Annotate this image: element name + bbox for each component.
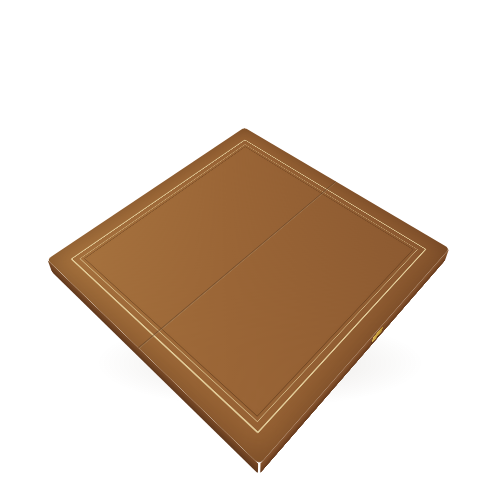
chess-board-top (47, 127, 449, 464)
chess-board (47, 127, 449, 464)
product-photo-chess-set (0, 0, 500, 500)
scene (0, 0, 500, 500)
